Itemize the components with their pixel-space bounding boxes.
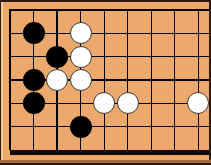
- board-crop-edge-bottom: [10, 150, 211, 155]
- board-cell[interactable]: [116, 0, 140, 22]
- board-cell[interactable]: [92, 115, 116, 138]
- board-cell[interactable]: [0, 92, 22, 115]
- board-cell[interactable]: [116, 22, 140, 45]
- board-cell[interactable]: [0, 115, 22, 138]
- white-stone: [187, 92, 209, 114]
- board-cell[interactable]: [187, 68, 211, 91]
- board-cell[interactable]: [140, 115, 164, 138]
- board-cell[interactable]: [22, 45, 46, 68]
- black-stone: [23, 69, 45, 91]
- board-cell[interactable]: [187, 115, 211, 138]
- board-cell[interactable]: [187, 92, 211, 115]
- frame-bottom: [0, 163, 211, 165]
- board-cell[interactable]: [0, 0, 22, 22]
- board-cell[interactable]: [22, 115, 46, 138]
- board-cell[interactable]: [0, 68, 22, 91]
- board-cell[interactable]: [22, 68, 46, 91]
- board-cell[interactable]: [45, 68, 69, 91]
- black-stone: [46, 46, 68, 68]
- board-cell[interactable]: [116, 68, 140, 91]
- frame-right: [209, 0, 211, 165]
- board-cell[interactable]: [92, 45, 116, 68]
- board-cell[interactable]: [45, 115, 69, 138]
- board-cell[interactable]: [69, 115, 93, 138]
- white-stone: [70, 69, 92, 91]
- white-stone: [93, 92, 115, 114]
- black-stone: [23, 22, 45, 44]
- board-cell[interactable]: [45, 45, 69, 68]
- white-stone: [117, 92, 139, 114]
- black-stone: [23, 92, 45, 114]
- go-board: [0, 0, 210, 138]
- board-cell[interactable]: [187, 0, 211, 22]
- board-cell[interactable]: [0, 22, 22, 45]
- frame-left-highlight: [1, 2, 3, 160]
- board-cell[interactable]: [92, 22, 116, 45]
- white-stone: [70, 22, 92, 44]
- board-cell[interactable]: [69, 92, 93, 115]
- board-cell[interactable]: [116, 115, 140, 138]
- board-cell[interactable]: [116, 92, 140, 115]
- white-stone: [70, 46, 92, 68]
- board-cell[interactable]: [92, 0, 116, 22]
- board-cell[interactable]: [69, 68, 93, 91]
- go-board-panel: [0, 0, 211, 165]
- board-cell[interactable]: [69, 22, 93, 45]
- board-cell[interactable]: [187, 22, 211, 45]
- board-cell[interactable]: [92, 68, 116, 91]
- board-cell[interactable]: [45, 0, 69, 22]
- board-cell[interactable]: [140, 68, 164, 91]
- board-cell[interactable]: [45, 22, 69, 45]
- board-cell[interactable]: [22, 92, 46, 115]
- black-stone: [70, 116, 92, 138]
- board-cell[interactable]: [92, 92, 116, 115]
- board-cell[interactable]: [140, 45, 164, 68]
- frame-top: [0, 0, 211, 2]
- board-cell[interactable]: [45, 92, 69, 115]
- board-cell[interactable]: [163, 22, 187, 45]
- board-cell[interactable]: [0, 45, 22, 68]
- board-cell[interactable]: [163, 0, 187, 22]
- board-cell[interactable]: [140, 22, 164, 45]
- board-cell[interactable]: [163, 45, 187, 68]
- board-cell[interactable]: [163, 92, 187, 115]
- white-stone: [46, 69, 68, 91]
- board-cell[interactable]: [116, 45, 140, 68]
- board-cell[interactable]: [69, 45, 93, 68]
- board-cell[interactable]: [163, 68, 187, 91]
- board-cell[interactable]: [22, 22, 46, 45]
- board-cell[interactable]: [69, 0, 93, 22]
- board-cell[interactable]: [163, 115, 187, 138]
- board-cell[interactable]: [187, 45, 211, 68]
- board-cell[interactable]: [140, 92, 164, 115]
- board-cell[interactable]: [22, 0, 46, 22]
- board-cell[interactable]: [140, 0, 164, 22]
